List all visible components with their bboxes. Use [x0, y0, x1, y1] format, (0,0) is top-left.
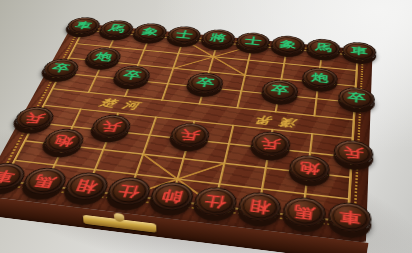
piece-character: 相 — [238, 191, 282, 222]
piece-green-soldier[interactable]: 卒 — [185, 71, 226, 94]
piece-red-chariot[interactable]: 車 — [327, 200, 372, 234]
piece-red-cannon[interactable]: 炮 — [40, 127, 88, 155]
piece-character: 仕 — [193, 186, 238, 217]
piece-red-soldier[interactable]: 兵 — [88, 113, 134, 139]
piece-red-advisor[interactable]: 仕 — [104, 175, 154, 207]
piece-character: 兵 — [169, 122, 211, 147]
scene: 楚河 漢界 車馬象士將士象馬車炮炮卒卒卒卒卒兵兵兵兵兵炮炮車馬相仕帥仕相馬車 — [0, 0, 412, 253]
piece-character: 卒 — [186, 72, 224, 94]
grid-line-file — [236, 46, 253, 109]
piece-green-elephant[interactable]: 象 — [131, 22, 170, 42]
piece-green-soldier[interactable]: 卒 — [260, 79, 299, 103]
piece-character: 卒 — [339, 87, 374, 110]
piece-character: 車 — [329, 201, 371, 233]
piece-character: 仕 — [106, 176, 153, 206]
piece-red-advisor[interactable]: 仕 — [191, 185, 239, 218]
piece-red-soldier[interactable]: 兵 — [249, 130, 292, 158]
piece-red-elephant[interactable]: 相 — [61, 171, 112, 202]
piece-character: 象 — [132, 23, 168, 41]
piece-character: 卒 — [262, 79, 299, 101]
piece-red-horse[interactable]: 馬 — [281, 195, 327, 229]
piece-character: 炮 — [84, 47, 123, 67]
piece-red-horse[interactable]: 馬 — [19, 166, 70, 197]
board-grid: 楚河 漢界 車馬象士將士象馬車炮炮卒卒卒卒卒兵兵兵兵兵炮炮車馬相仕帥仕相馬車 — [4, 30, 358, 222]
piece-green-cannon[interactable]: 炮 — [301, 67, 338, 90]
piece-character: 馬 — [283, 196, 326, 227]
clasp-knob — [114, 213, 125, 223]
piece-character: 炮 — [289, 154, 329, 182]
piece-character: 兵 — [334, 139, 372, 166]
piece-red-soldier[interactable]: 兵 — [168, 121, 212, 148]
piece-green-general[interactable]: 將 — [200, 28, 237, 48]
board-frame: 楚河 漢界 車馬象士將士象馬車炮炮卒卒卒卒卒兵兵兵兵兵炮炮車馬相仕帥仕相馬車 — [0, 23, 373, 243]
piece-character: 帥 — [149, 181, 195, 211]
piece-red-elephant[interactable]: 相 — [236, 190, 283, 223]
grid-line-file — [346, 56, 358, 222]
piece-character: 炮 — [41, 128, 86, 154]
piece-green-soldier[interactable]: 卒 — [338, 86, 376, 110]
piece-green-soldier[interactable]: 卒 — [111, 64, 153, 87]
piece-character: 士 — [166, 26, 202, 45]
piece-character: 車 — [343, 41, 376, 61]
piece-character: 象 — [271, 35, 305, 54]
piece-green-horse[interactable]: 馬 — [306, 38, 342, 59]
piece-character: 兵 — [90, 114, 133, 139]
piece-red-general[interactable]: 帥 — [147, 180, 196, 212]
piece-character: 士 — [236, 32, 270, 51]
piece-green-elephant[interactable]: 象 — [270, 34, 306, 55]
piece-green-cannon[interactable]: 炮 — [83, 46, 124, 67]
grid-line-file — [161, 39, 185, 100]
piece-character: 炮 — [302, 67, 337, 88]
piece-red-cannon[interactable]: 炮 — [288, 153, 331, 183]
piece-character: 卒 — [113, 65, 152, 86]
piece-character: 將 — [201, 29, 236, 48]
river-text-han: 漢界 — [248, 112, 298, 129]
piece-character: 馬 — [307, 38, 340, 57]
piece-character: 馬 — [21, 167, 69, 196]
piece-character: 馬 — [98, 20, 135, 38]
piece-red-soldier[interactable]: 兵 — [333, 139, 374, 168]
piece-green-chariot[interactable]: 車 — [342, 41, 377, 62]
piece-green-advisor[interactable]: 士 — [165, 25, 203, 45]
xiangqi-board[interactable]: 楚河 漢界 車馬象士將士象馬車炮炮卒卒卒卒卒兵兵兵兵兵炮炮車馬相仕帥仕相馬車 — [0, 23, 373, 243]
piece-character: 相 — [63, 172, 110, 201]
piece-character: 兵 — [251, 131, 291, 157]
